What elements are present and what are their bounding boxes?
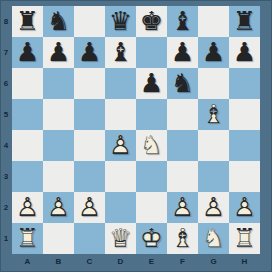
rank-label-4: 4 [0,130,12,161]
square-c5[interactable] [74,99,105,130]
square-g4[interactable] [198,130,229,161]
black-knight-glyph: ♞ [43,6,74,37]
square-a7[interactable]: ♟ [12,37,43,68]
rank-label-7: 7 [0,37,12,68]
rank-label-2: 2 [0,192,12,223]
square-a4[interactable] [12,130,43,161]
square-f1[interactable]: ♝♗ [167,223,198,254]
black-rook[interactable]: ♜ [229,6,260,37]
square-e4[interactable]: ♞♘ [136,130,167,161]
square-b5[interactable] [43,99,74,130]
white-king-outline: ♔ [136,223,167,254]
white-pawn[interactable]: ♟♙ [105,130,136,161]
white-queen[interactable]: ♛♕ [105,223,136,254]
white-pawn-outline: ♙ [198,192,229,223]
black-pawn-glyph: ♟ [12,37,43,68]
square-b8[interactable]: ♞ [43,6,74,37]
black-bishop[interactable]: ♝ [105,37,136,68]
black-queen-glyph: ♛ [105,6,136,37]
white-pawn[interactable]: ♟♙ [12,192,43,223]
square-h4[interactable] [229,130,260,161]
square-h8[interactable]: ♜ [229,6,260,37]
black-knight-glyph: ♞ [167,68,198,99]
square-h2[interactable]: ♟♙ [229,192,260,223]
file-label-b: B [43,254,74,272]
white-pawn-outline: ♙ [74,192,105,223]
square-b6[interactable] [43,68,74,99]
file-label-f: F [167,254,198,272]
white-bishop[interactable]: ♝♗ [167,223,198,254]
white-pawn-outline: ♙ [43,192,74,223]
square-d7[interactable]: ♝ [105,37,136,68]
square-d4[interactable]: ♟♙ [105,130,136,161]
square-d5[interactable] [105,99,136,130]
black-queen[interactable]: ♛ [105,6,136,37]
square-d2[interactable] [105,192,136,223]
square-h5[interactable] [229,99,260,130]
square-f4[interactable] [167,130,198,161]
black-king-glyph: ♚ [136,6,167,37]
square-a1[interactable]: ♜♖ [12,223,43,254]
square-d8[interactable]: ♛ [105,6,136,37]
black-rook-glyph: ♜ [229,6,260,37]
black-bishop-glyph: ♝ [105,37,136,68]
file-labels: ABCDEFGH [12,254,260,272]
square-g5[interactable]: ♝♗ [198,99,229,130]
file-label-e: E [136,254,167,272]
black-pawn[interactable]: ♟ [136,68,167,99]
black-knight[interactable]: ♞ [167,68,198,99]
square-a3[interactable] [12,161,43,192]
white-pawn[interactable]: ♟♙ [74,192,105,223]
black-pawn-glyph: ♟ [198,37,229,68]
square-g7[interactable]: ♟ [198,37,229,68]
square-c8[interactable] [74,6,105,37]
white-knight[interactable]: ♞♘ [136,130,167,161]
black-bishop-glyph: ♝ [167,6,198,37]
square-c2[interactable]: ♟♙ [74,192,105,223]
square-f7[interactable]: ♟ [167,37,198,68]
square-f3[interactable] [167,161,198,192]
black-bishop[interactable]: ♝ [167,6,198,37]
white-knight[interactable]: ♞♘ [198,223,229,254]
square-h6[interactable] [229,68,260,99]
white-pawn[interactable]: ♟♙ [43,192,74,223]
square-a2[interactable]: ♟♙ [12,192,43,223]
rank-label-1: 1 [0,223,12,254]
white-bishop-outline: ♗ [198,99,229,130]
black-pawn-glyph: ♟ [229,37,260,68]
square-c3[interactable] [74,161,105,192]
chess-board[interactable]: ♜♞♛♚♝♜♟♟♟♝♟♟♟♟♞♝♗♟♙♞♘♟♙♟♙♟♙♟♙♟♙♟♙♜♖♛♕♚♔♝… [12,6,260,254]
white-pawn[interactable]: ♟♙ [229,192,260,223]
square-e5[interactable] [136,99,167,130]
square-a5[interactable] [12,99,43,130]
white-rook-outline: ♖ [12,223,43,254]
square-b3[interactable] [43,161,74,192]
black-pawn-glyph: ♟ [136,68,167,99]
black-pawn[interactable]: ♟ [74,37,105,68]
square-b7[interactable]: ♟ [43,37,74,68]
file-label-d: D [105,254,136,272]
white-pawn-outline: ♙ [105,130,136,161]
file-label-g: G [198,254,229,272]
square-f2[interactable]: ♟♙ [167,192,198,223]
black-pawn[interactable]: ♟ [198,37,229,68]
square-c4[interactable] [74,130,105,161]
square-e8[interactable]: ♚ [136,6,167,37]
black-pawn[interactable]: ♟ [229,37,260,68]
black-pawn-glyph: ♟ [74,37,105,68]
white-pawn-outline: ♙ [167,192,198,223]
square-e2[interactable] [136,192,167,223]
white-pawn[interactable]: ♟♙ [198,192,229,223]
white-pawn-outline: ♙ [229,192,260,223]
square-h1[interactable]: ♜♖ [229,223,260,254]
black-knight[interactable]: ♞ [43,6,74,37]
square-e7[interactable] [136,37,167,68]
square-g6[interactable] [198,68,229,99]
square-e6[interactable]: ♟ [136,68,167,99]
square-e1[interactable]: ♚♔ [136,223,167,254]
square-f8[interactable]: ♝ [167,6,198,37]
file-label-h: H [229,254,260,272]
square-b2[interactable]: ♟♙ [43,192,74,223]
black-rook-glyph: ♜ [12,6,43,37]
white-knight-outline: ♘ [136,130,167,161]
square-g1[interactable]: ♞♘ [198,223,229,254]
square-c1[interactable] [74,223,105,254]
black-pawn[interactable]: ♟ [12,37,43,68]
square-d3[interactable] [105,161,136,192]
square-e3[interactable] [136,161,167,192]
white-knight-outline: ♘ [198,223,229,254]
square-h7[interactable]: ♟ [229,37,260,68]
chess-board-frame: 87654321 ♜♞♛♚♝♜♟♟♟♝♟♟♟♟♞♝♗♟♙♞♘♟♙♟♙♟♙♟♙♟♙… [0,0,272,272]
black-rook[interactable]: ♜ [12,6,43,37]
rank-labels: 87654321 [0,6,12,254]
rank-label-6: 6 [0,68,12,99]
rank-label-8: 8 [0,6,12,37]
white-bishop-outline: ♗ [167,223,198,254]
square-f6[interactable]: ♞ [167,68,198,99]
square-h3[interactable] [229,161,260,192]
white-rook[interactable]: ♜♖ [12,223,43,254]
square-g3[interactable] [198,161,229,192]
square-g8[interactable] [198,6,229,37]
white-pawn[interactable]: ♟♙ [167,192,198,223]
square-c6[interactable] [74,68,105,99]
square-g2[interactable]: ♟♙ [198,192,229,223]
square-a8[interactable]: ♜ [12,6,43,37]
square-b4[interactable] [43,130,74,161]
square-a6[interactable] [12,68,43,99]
square-d1[interactable]: ♛♕ [105,223,136,254]
square-b1[interactable] [43,223,74,254]
black-pawn-glyph: ♟ [167,37,198,68]
square-c7[interactable]: ♟ [74,37,105,68]
white-king[interactable]: ♚♔ [136,223,167,254]
square-f5[interactable] [167,99,198,130]
white-rook[interactable]: ♜♖ [229,223,260,254]
file-label-c: C [74,254,105,272]
black-pawn[interactable]: ♟ [43,37,74,68]
square-d6[interactable] [105,68,136,99]
black-pawn[interactable]: ♟ [167,37,198,68]
white-bishop[interactable]: ♝♗ [198,99,229,130]
rank-label-3: 3 [0,161,12,192]
white-pawn-outline: ♙ [12,192,43,223]
black-king[interactable]: ♚ [136,6,167,37]
file-label-a: A [12,254,43,272]
white-queen-outline: ♕ [105,223,136,254]
rank-label-5: 5 [0,99,12,130]
white-rook-outline: ♖ [229,223,260,254]
black-pawn-glyph: ♟ [43,37,74,68]
